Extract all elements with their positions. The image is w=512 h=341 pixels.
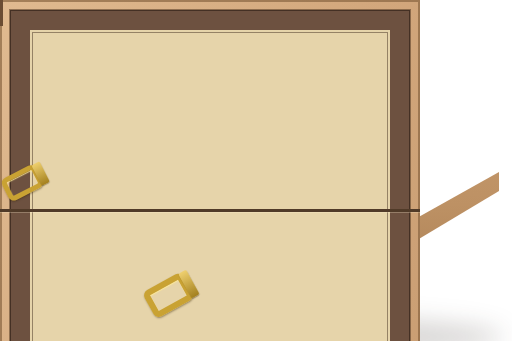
- piece-layer: [0, 0, 512, 341]
- chess-set-photo: [0, 0, 512, 341]
